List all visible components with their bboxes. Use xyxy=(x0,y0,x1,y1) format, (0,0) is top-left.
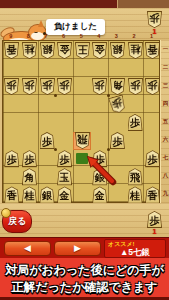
prev-arrow-icon: ◀ xyxy=(24,244,31,253)
file-label-6: 6 xyxy=(55,33,73,40)
square-62[interactable] xyxy=(56,59,74,77)
square-96[interactable] xyxy=(3,132,21,150)
sente-hand-count: 1 xyxy=(147,228,162,235)
square-45[interactable] xyxy=(91,113,109,131)
square-18[interactable] xyxy=(144,168,162,186)
piece-kanji: 飛 xyxy=(77,135,87,147)
square-74[interactable] xyxy=(38,95,56,113)
square-26[interactable] xyxy=(126,132,144,150)
piece-gote-61[interactable]: 金 xyxy=(57,42,72,59)
piece-kanji: 金 xyxy=(95,44,105,56)
square-37[interactable] xyxy=(109,150,127,168)
piece-kanji: 王 xyxy=(77,44,87,56)
speech-text: 負けました xyxy=(54,21,97,33)
piece-kanji: 玉 xyxy=(60,171,70,183)
square-72[interactable] xyxy=(38,59,56,77)
square-22[interactable] xyxy=(126,59,144,77)
file-label-3: 3 xyxy=(108,33,126,40)
piece-kanji: 金 xyxy=(60,189,70,201)
piece-kanji: 飛 xyxy=(130,171,140,183)
star-point xyxy=(107,94,110,97)
piece-kanji: 歩 xyxy=(148,153,158,165)
top-strip xyxy=(0,0,169,8)
file-label-5: 5 xyxy=(72,33,90,40)
file-label-7: 7 xyxy=(37,33,55,40)
square-86[interactable] xyxy=(21,132,39,150)
file-label-1: 1 xyxy=(143,33,161,40)
rank-label-8: 八 xyxy=(162,167,169,185)
square-27[interactable] xyxy=(126,150,144,168)
rank-label-6: 六 xyxy=(162,130,169,148)
piece-kanji: 金 xyxy=(95,189,105,201)
piece-kanji: 香 xyxy=(148,44,158,56)
square-55[interactable] xyxy=(73,113,91,131)
piece-kanji: 桂 xyxy=(24,189,34,201)
rank-label-9: 九 xyxy=(162,185,169,203)
piece-kanji: 桂 xyxy=(130,44,140,56)
file-label-9: 9 xyxy=(2,33,20,40)
piece-gote-51[interactable]: 王 xyxy=(75,42,90,59)
piece-kanji: 歩 xyxy=(111,97,124,111)
back-button[interactable]: 戻る xyxy=(2,210,32,233)
file-label-4: 4 xyxy=(90,33,108,40)
piece-kanji: 歩 xyxy=(148,80,158,92)
piece-kanji: 歩 xyxy=(95,80,105,92)
piece-kanji: 歩 xyxy=(130,80,140,92)
back-button-badge-icon xyxy=(1,208,11,218)
piece-kanji: 角 xyxy=(24,171,34,183)
piece-kanji: 歩 xyxy=(7,153,17,165)
square-65[interactable] xyxy=(56,113,74,131)
square-35[interactable] xyxy=(109,113,127,131)
square-98[interactable] xyxy=(3,168,21,186)
piece-kanji: 桂 xyxy=(24,44,34,56)
square-14[interactable] xyxy=(144,95,162,113)
square-75[interactable] xyxy=(38,113,56,131)
piece-kanji: 銀 xyxy=(112,44,122,56)
rank-label-7: 七 xyxy=(162,149,169,167)
piece-kanji: 香 xyxy=(7,44,17,56)
piece-kanji: 歩 xyxy=(60,153,70,165)
piece-kanji: 歩 xyxy=(42,135,52,147)
piece-kanji: 桂 xyxy=(130,189,140,201)
piece-kanji: 歩 xyxy=(60,80,70,92)
square-77[interactable] xyxy=(38,150,56,168)
square-24[interactable] xyxy=(126,95,144,113)
square-84[interactable] xyxy=(21,95,39,113)
piece-gote-91[interactable]: 香 xyxy=(4,42,19,59)
piece-gote-11[interactable]: 香 xyxy=(145,42,160,59)
next-arrow-icon: ▶ xyxy=(74,244,81,253)
rank-label-1: 一 xyxy=(162,40,169,58)
destination-marker-57 xyxy=(76,153,88,164)
square-44[interactable] xyxy=(91,95,109,113)
square-39[interactable] xyxy=(109,186,127,204)
square-82[interactable] xyxy=(21,59,39,77)
square-52[interactable] xyxy=(73,59,91,77)
recommend-move: ▲5七銀 xyxy=(108,248,162,257)
square-15[interactable] xyxy=(144,113,162,131)
piece-kanji: 歩 xyxy=(24,80,34,92)
shogi-app-screen: 負けました 歩 1 987654321 香桂銀金王金銀桂香歩歩歩歩歩角歩歩歩飛歩… xyxy=(0,0,169,300)
square-58[interactable] xyxy=(73,168,91,186)
rank-labels: 一二三四五六七八九 xyxy=(162,40,169,203)
square-16[interactable] xyxy=(144,132,162,150)
file-label-8: 8 xyxy=(20,33,38,40)
next-move-button[interactable]: ▶ xyxy=(54,241,101,256)
square-12[interactable] xyxy=(144,59,162,77)
square-42[interactable] xyxy=(91,59,109,77)
piece-kanji: 角 xyxy=(112,80,122,92)
banner-line1: 対局がおわった後にどの手が xyxy=(5,264,164,277)
piece-kanji: 銀 xyxy=(95,171,105,183)
shogi-board: 香桂銀金王金銀桂香歩歩歩歩歩角歩歩歩飛歩歩歩歩歩歩歩歩角玉銀飛香桂銀金金桂香 xyxy=(2,40,160,203)
piece-kanji: 香 xyxy=(148,189,158,201)
piece-kanji: 銀 xyxy=(42,189,52,201)
piece-kanji: 金 xyxy=(60,44,70,56)
square-66[interactable] xyxy=(56,132,74,150)
back-button-label: 戻る xyxy=(8,215,26,228)
piece-kanji: 歩 xyxy=(24,153,34,165)
piece-kanji: 銀 xyxy=(42,44,52,56)
file-label-2: 2 xyxy=(125,33,143,40)
square-92[interactable] xyxy=(3,59,21,77)
banner-line2: 正解だったか確認できます xyxy=(11,281,157,294)
rank-label-2: 二 xyxy=(162,58,169,76)
square-53[interactable] xyxy=(73,77,91,95)
piece-gote-31[interactable]: 銀 xyxy=(110,42,125,59)
rank-label-4: 四 xyxy=(162,94,169,112)
rank-label-5: 五 xyxy=(162,112,169,130)
square-38[interactable] xyxy=(109,168,127,186)
rank-label-3: 三 xyxy=(162,76,169,94)
move-navigation-bar: ◀ ▶ オススメ! ▲5七銀 xyxy=(0,237,169,258)
piece-kanji: 歩 xyxy=(7,80,17,92)
piece-kanji: 歩 xyxy=(42,80,52,92)
piece-kanji: 歩 xyxy=(130,116,140,128)
square-95[interactable] xyxy=(3,113,21,131)
square-78[interactable] xyxy=(38,168,56,186)
square-46[interactable] xyxy=(91,132,109,150)
prev-move-button[interactable]: ◀ xyxy=(4,241,51,256)
piece-kanji: 歩 xyxy=(112,135,122,147)
square-32[interactable] xyxy=(109,59,127,77)
piece-kanji: 歩 xyxy=(95,153,105,165)
square-85[interactable] xyxy=(21,113,39,131)
promo-banner: 対局がおわった後にどの手が 正解だったか確認できます xyxy=(0,258,169,300)
square-64[interactable] xyxy=(56,95,74,113)
square-59[interactable] xyxy=(73,186,91,204)
square-54[interactable] xyxy=(73,95,91,113)
file-labels: 987654321 xyxy=(2,33,160,40)
square-94[interactable] xyxy=(3,95,21,113)
top-strip-segment xyxy=(117,0,169,8)
piece-gote-41[interactable]: 金 xyxy=(92,42,107,59)
piece-gote-81[interactable]: 桂 xyxy=(22,42,37,59)
recommendation-panel: オススメ! ▲5七銀 xyxy=(104,239,166,258)
piece-kanji: 香 xyxy=(7,189,17,201)
